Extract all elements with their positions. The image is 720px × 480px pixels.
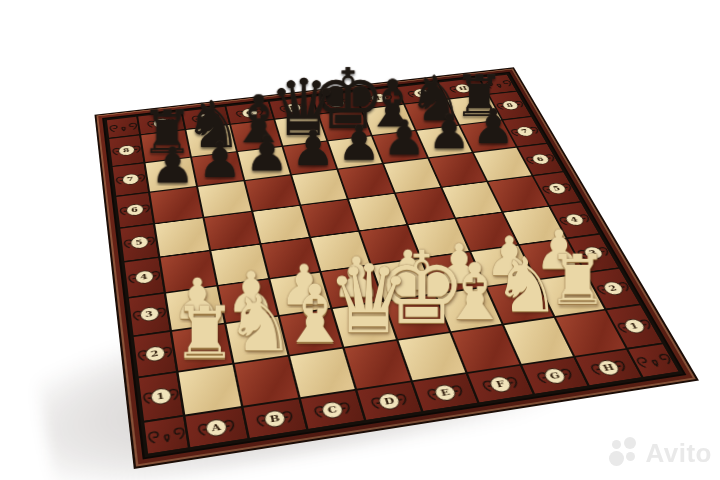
square-d5[interactable] [301, 200, 357, 237]
rank-label-left-4: 4 [125, 258, 164, 297]
corner-ornament [107, 117, 139, 138]
square-c5[interactable] [253, 206, 309, 243]
square-a3[interactable]: ♟ [166, 287, 224, 330]
file-label-bottom-c: C [301, 391, 364, 429]
square-d3[interactable]: ♟ [322, 266, 383, 308]
square-d4[interactable] [311, 232, 369, 271]
square-h2[interactable]: ♜ [537, 274, 604, 316]
corner-ornament [480, 75, 516, 94]
square-b1[interactable] [235, 357, 299, 406]
scroll-ornament-icon [480, 76, 516, 91]
scroll-ornament-icon [134, 341, 176, 367]
square-b8[interactable]: ♞ [186, 125, 236, 156]
square-b4[interactable] [211, 245, 268, 285]
chessboard-3d: ABCDEFGH8♜♞♝♛♚♝♞♜87♟♟♟♟♟♟♟♟76655443♟♟♟♟♟… [94, 67, 699, 469]
scroll-ornament-icon [307, 395, 359, 424]
file-label-bottom-a: A [186, 408, 248, 447]
file-label-bottom-d: D [357, 382, 421, 420]
square-b3[interactable]: ♟ [219, 280, 278, 323]
square-b2[interactable]: ♞ [226, 317, 287, 363]
square-e3[interactable]: ♟ [372, 259, 434, 300]
coordinate-medallion: 3 [138, 306, 159, 322]
square-e7[interactable]: ♟ [328, 136, 381, 168]
square-a8[interactable]: ♜ [141, 130, 190, 162]
square-c6[interactable] [245, 176, 299, 211]
rank-label-left-6: 6 [116, 193, 153, 227]
square-b5[interactable] [205, 212, 260, 250]
rank-label-left-2: 2 [134, 332, 176, 377]
square-c8[interactable]: ♝ [231, 120, 281, 151]
rank-label-left-7: 7 [113, 163, 148, 195]
square-a1[interactable] [179, 365, 241, 415]
rank-label-left-5: 5 [120, 225, 158, 262]
file-label-bottom-b: B [244, 399, 307, 438]
avito-logo-icon [609, 436, 639, 470]
rank-label-left-3: 3 [129, 294, 170, 336]
rank-label-left-8: 8 [109, 135, 143, 165]
chessboard-scene: ABCDEFGH8♜♞♝♛♚♝♞♜87♟♟♟♟♟♟♟♟76655443♟♟♟♟♟… [0, 0, 720, 480]
square-a6[interactable] [150, 187, 202, 223]
square-a4[interactable] [160, 251, 216, 292]
square-e1[interactable] [399, 333, 466, 380]
corner-ornament [144, 417, 188, 454]
square-c3[interactable]: ♟ [270, 273, 330, 315]
square-f4[interactable] [409, 219, 469, 257]
rank-label-right-2: 2 [587, 269, 640, 309]
rank-label-left-1: 1 [139, 373, 183, 421]
corner-ornament [629, 344, 679, 377]
rank-label-right-5: 5 [534, 172, 580, 205]
square-c7[interactable]: ♟ [238, 147, 290, 180]
square-g1[interactable] [504, 318, 573, 364]
board-outer-frame: ABCDEFGH8♜♞♝♛♚♝♞♜87♟♟♟♟♟♟♟♟76655443♟♟♟♟♟… [94, 67, 699, 469]
file-label-bottom-f: F [468, 366, 533, 403]
square-c4[interactable] [262, 238, 320, 278]
chessboard: ABCDEFGH8♜♞♝♛♚♝♞♜87♟♟♟♟♟♟♟♟76655443♟♟♟♟♟… [102, 72, 686, 460]
square-c1[interactable] [290, 349, 355, 398]
square-d7[interactable]: ♟ [283, 142, 336, 175]
square-d8[interactable]: ♛ [275, 115, 326, 146]
square-a2[interactable]: ♜ [172, 324, 232, 371]
file-label-bottom-e: E [413, 374, 477, 411]
square-h4[interactable] [504, 207, 566, 244]
square-a7[interactable]: ♟ [146, 158, 196, 192]
square-e4[interactable] [360, 225, 419, 264]
square-d6[interactable] [292, 170, 346, 205]
rank-label-right-3: 3 [568, 235, 618, 272]
avito-watermark: Avito [609, 434, 712, 472]
square-b6[interactable] [198, 181, 251, 216]
square-b7[interactable]: ♟ [192, 152, 243, 185]
scroll-ornament-icon [144, 420, 188, 450]
scroll-ornament-icon [107, 119, 139, 136]
scroll-ornament-icon [120, 232, 158, 253]
avito-watermark-text: Avito [645, 440, 712, 466]
square-e8[interactable]: ♚ [319, 110, 371, 140]
square-a5[interactable] [155, 218, 209, 256]
square-c2[interactable]: ♝ [280, 309, 342, 354]
coordinate-medallion: 7 [121, 173, 140, 186]
square-h3[interactable]: ♟ [520, 239, 584, 279]
